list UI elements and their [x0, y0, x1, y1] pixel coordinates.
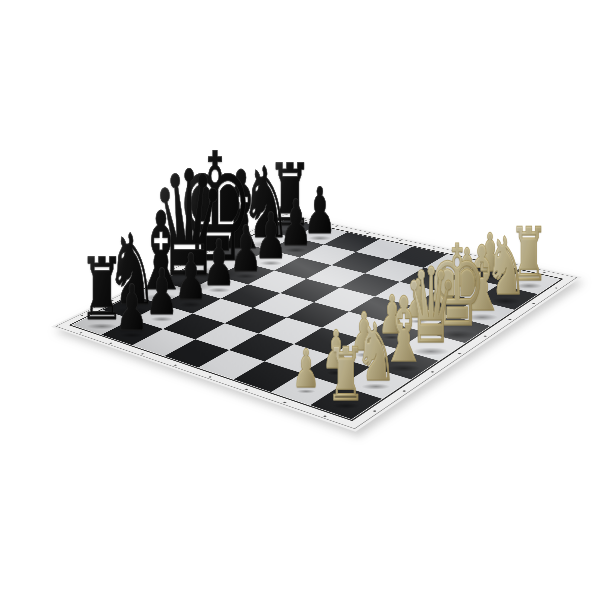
border-tick-mark — [109, 342, 112, 343]
border-tick-mark — [173, 364, 177, 366]
border-tick-mark — [244, 388, 248, 390]
white-pawn-a2[interactable]: ♟ — [292, 342, 320, 395]
border-tick-mark — [366, 233, 369, 234]
border-tick-mark — [372, 410, 376, 412]
black-pawn-a7[interactable]: ♟ — [116, 276, 149, 340]
border-tick-mark — [208, 376, 212, 378]
black-pawn-c7[interactable]: ♟ — [174, 245, 207, 309]
border-tick-mark — [402, 390, 406, 392]
chess-set-product-photo: ♜♟♞♟♝♟♚♟♟♛♜♟♟♝♞♟♟♞♝♟♟♜♚♟♟♛♟♝♟♞♟♜ — [0, 0, 601, 601]
border-tick-mark — [532, 303, 536, 304]
border-tick-mark — [140, 353, 144, 355]
border-tick-mark — [508, 319, 512, 320]
border-tick-mark — [282, 401, 286, 403]
white-rook-a1[interactable]: ♜ — [327, 337, 365, 411]
border-tick-mark — [430, 371, 434, 373]
border-tick-mark — [398, 240, 401, 241]
border-tick-mark — [554, 287, 557, 288]
black-pawn-b7[interactable]: ♟ — [146, 260, 179, 324]
